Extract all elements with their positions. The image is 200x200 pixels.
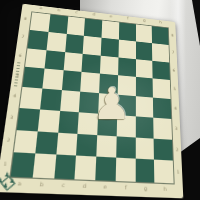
board-square xyxy=(119,22,136,41)
board-square xyxy=(48,14,68,33)
file-label: h xyxy=(155,186,175,195)
board-square xyxy=(101,38,119,58)
board-square xyxy=(46,32,66,52)
board-square xyxy=(135,159,154,183)
board-square xyxy=(17,108,40,131)
board-square xyxy=(56,132,78,156)
board-square xyxy=(115,158,135,182)
board-square xyxy=(54,155,76,180)
file-label: e xyxy=(95,184,116,193)
logo-pawn-glyph: ♟ xyxy=(9,177,15,183)
board-square xyxy=(58,111,79,134)
board-square xyxy=(65,34,84,54)
board-square xyxy=(14,130,38,154)
board-square xyxy=(37,109,59,132)
board-square xyxy=(32,154,55,179)
board-square xyxy=(135,77,153,98)
board-square xyxy=(136,24,153,43)
file-label: g xyxy=(136,185,156,194)
board-square xyxy=(25,48,46,69)
board-square xyxy=(28,30,49,50)
board-square xyxy=(82,53,101,73)
board-square xyxy=(135,137,154,160)
board-square xyxy=(152,60,169,80)
board-square xyxy=(60,90,81,112)
board-square xyxy=(61,70,81,91)
board-square xyxy=(20,87,42,109)
board-square xyxy=(152,26,169,45)
photo-scene: abcdefgh abcdefgh 87654321 87654321 ♟♟♟♟… xyxy=(0,0,200,200)
rank-label: 4 xyxy=(171,99,179,119)
file-label: f xyxy=(115,184,135,193)
board-square xyxy=(96,135,116,158)
board-square xyxy=(63,52,83,72)
board-square xyxy=(30,12,50,31)
board-square xyxy=(75,156,97,180)
board-square xyxy=(22,67,44,89)
rank-label: 6 xyxy=(170,62,178,81)
board-square xyxy=(102,20,120,39)
board-square xyxy=(135,96,153,117)
board-square xyxy=(66,16,85,35)
file-label: d xyxy=(74,183,95,192)
board-square xyxy=(135,116,154,138)
board-square xyxy=(83,36,102,56)
board-square xyxy=(76,133,97,156)
rank-label: 1 xyxy=(174,162,183,185)
board-square xyxy=(135,59,152,79)
four-pawn-diamond-logo: ♟♟♟♟ xyxy=(0,173,16,191)
board-square xyxy=(154,138,173,161)
board-square xyxy=(95,157,116,181)
rank-label: 5 xyxy=(171,80,179,100)
board-square xyxy=(153,117,172,139)
rank-label: 2 xyxy=(173,140,182,162)
board-square xyxy=(100,55,118,75)
logo-pawn-glyph: ♟ xyxy=(3,182,9,188)
file-label: c xyxy=(52,182,74,191)
rank-label: 7 xyxy=(169,44,177,62)
board-square xyxy=(35,131,58,155)
board-square xyxy=(84,18,102,37)
white-pawn-piece: ♟ xyxy=(92,82,120,126)
board-square xyxy=(136,41,153,60)
board-square xyxy=(154,160,173,184)
rank-label: 8 xyxy=(169,27,177,45)
board-square xyxy=(153,98,171,119)
board-square xyxy=(116,136,135,159)
board-square xyxy=(118,57,136,77)
board-square xyxy=(153,79,171,99)
board-square xyxy=(40,88,62,110)
rank-label: 3 xyxy=(172,119,180,140)
board-square xyxy=(42,69,63,90)
file-label: b xyxy=(30,181,53,190)
board-square xyxy=(44,50,65,71)
board-square xyxy=(118,39,135,58)
board-square xyxy=(152,43,169,62)
